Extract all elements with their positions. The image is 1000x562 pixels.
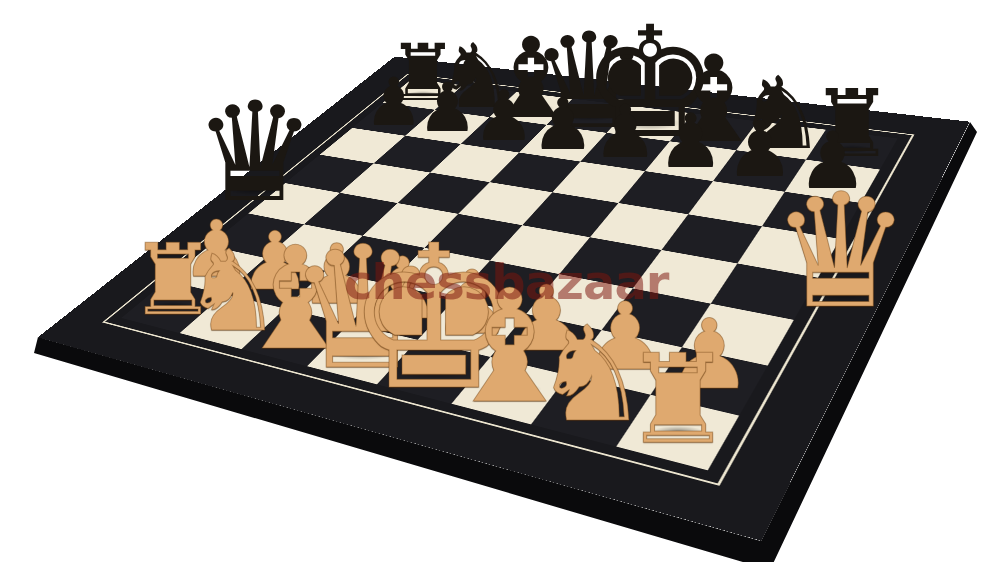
chess-board: [38, 57, 970, 541]
product-photo: ♜♞♝♛♟♚♟♝♟♞♟♜♟♟♟♟♛♟♟♛♟♜♟♞♟♝♟♛♟♚♟♝♞♜ chess…: [0, 0, 1000, 562]
